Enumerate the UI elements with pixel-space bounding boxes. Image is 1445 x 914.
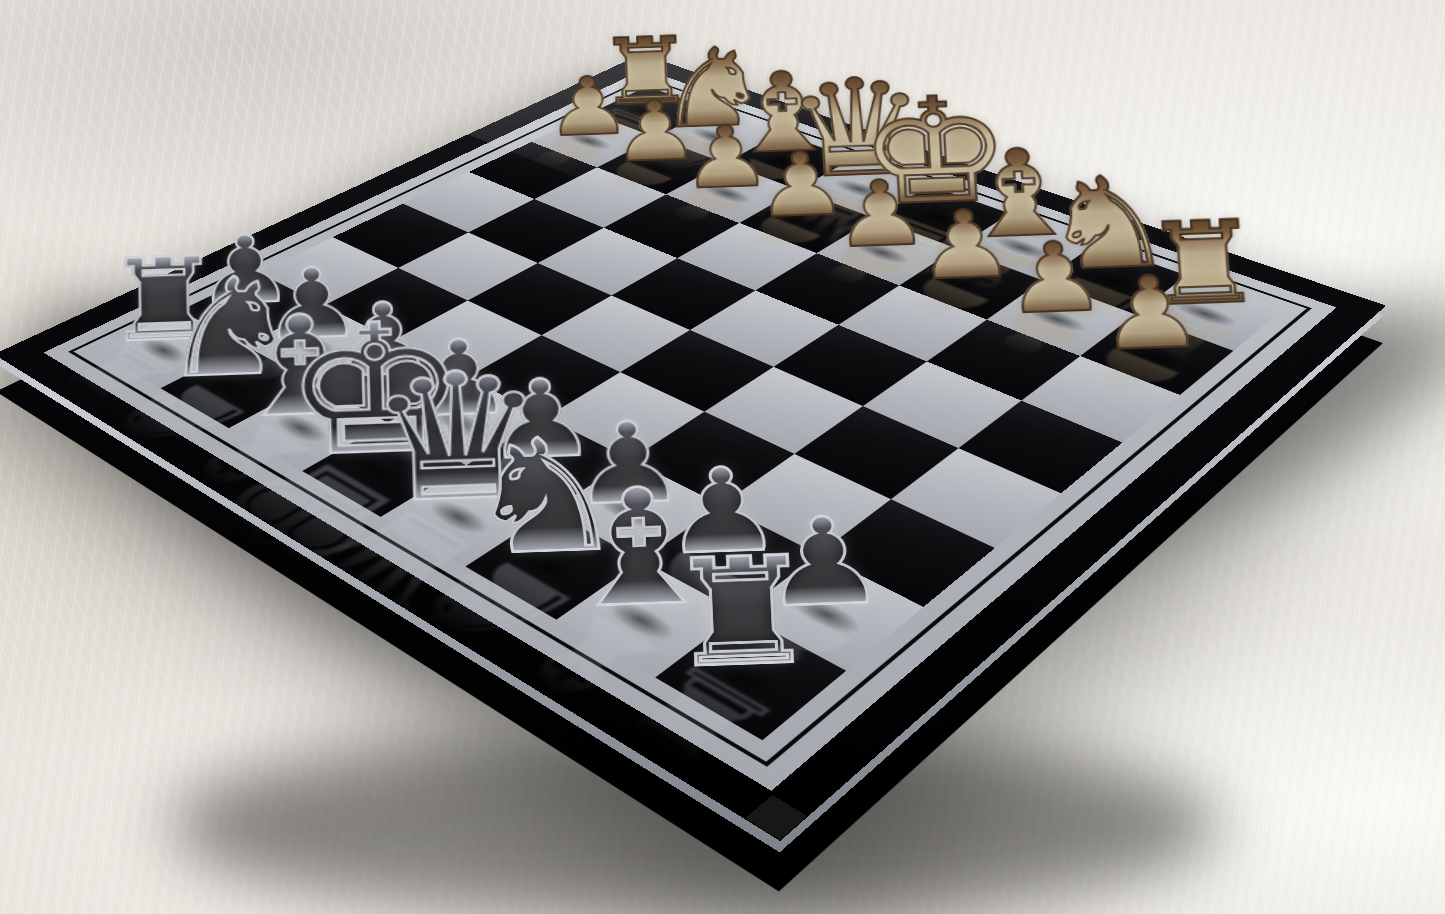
- chess-board: ♜♜♞♞♝♝♛♛♚♚♝♝♞♞♜♜♟♟♟♟♟♟♟♟♟♟♟♟♟♟♟♟♟♟♟♟♟♟♟♟…: [0, 54, 1386, 841]
- chess-piece-glyph: ♟: [1044, 260, 1257, 366]
- board-margin-band: ♜♜♞♞♝♝♛♛♚♚♝♝♞♞♜♜♟♟♟♟♟♟♟♟♟♟♟♟♟♟♟♟♟♟♟♟♟♟♟♟…: [43, 69, 1336, 791]
- black-pawn-h7: ♟: [1044, 260, 1257, 366]
- chess-piece-glyph: ♜: [611, 535, 875, 692]
- board-frame: ♜♜♞♞♝♝♛♛♚♚♝♝♞♞♜♜♟♟♟♟♟♟♟♟♟♟♟♟♟♟♟♟♟♟♟♟♟♟♟♟…: [0, 54, 1386, 841]
- white-rook-h1: ♜: [611, 535, 875, 692]
- board-scene: ♜♜♞♞♝♝♛♛♚♚♝♝♞♞♜♜♟♟♟♟♟♟♟♟♟♟♟♟♟♟♟♟♟♟♟♟♟♟♟♟…: [0, 0, 1445, 914]
- board-grid: ♜♜♞♞♝♝♛♛♚♚♝♝♞♞♜♜♟♟♟♟♟♟♟♟♟♟♟♟♟♟♟♟♟♟♟♟♟♟♟♟…: [96, 86, 1283, 740]
- square-e5: [690, 290, 838, 366]
- photo-scene: ♜♜♞♞♝♝♛♛♚♚♝♝♞♞♜♜♟♟♟♟♟♟♟♟♟♟♟♟♟♟♟♟♟♟♟♟♟♟♟♟…: [0, 0, 1445, 914]
